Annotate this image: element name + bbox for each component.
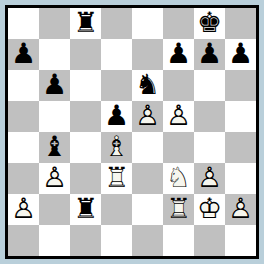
square-d4[interactable]: ♝♗ bbox=[101, 132, 132, 163]
white-pawn-h2[interactable]: ♟♙ bbox=[225, 194, 256, 225]
white-bishop-d4[interactable]: ♝♗ bbox=[101, 132, 132, 163]
square-g6[interactable] bbox=[194, 70, 225, 101]
black-knight-e6[interactable]: ♞ bbox=[132, 70, 163, 101]
square-b4[interactable]: ♝ bbox=[39, 132, 70, 163]
square-c2[interactable]: ♜ bbox=[70, 194, 101, 225]
square-f7[interactable]: ♟ bbox=[163, 39, 194, 70]
white-pawn-outline-glyph: ♙ bbox=[194, 163, 225, 194]
square-b5[interactable] bbox=[39, 101, 70, 132]
square-e2[interactable] bbox=[132, 194, 163, 225]
square-d1[interactable] bbox=[101, 225, 132, 256]
square-a5[interactable] bbox=[8, 101, 39, 132]
black-pawn-g7[interactable]: ♟ bbox=[194, 39, 225, 70]
white-king-g2[interactable]: ♚♔ bbox=[194, 194, 225, 225]
square-h1[interactable] bbox=[225, 225, 256, 256]
square-e1[interactable] bbox=[132, 225, 163, 256]
square-d3[interactable]: ♜♖ bbox=[101, 163, 132, 194]
white-pawn-f5[interactable]: ♟♙ bbox=[163, 101, 194, 132]
square-b2[interactable] bbox=[39, 194, 70, 225]
square-a1[interactable] bbox=[8, 225, 39, 256]
white-pawn-g3[interactable]: ♟♙ bbox=[194, 163, 225, 194]
square-b6[interactable]: ♟ bbox=[39, 70, 70, 101]
square-d8[interactable] bbox=[101, 8, 132, 39]
square-a6[interactable] bbox=[8, 70, 39, 101]
white-pawn-outline-glyph: ♙ bbox=[225, 194, 256, 225]
square-h7[interactable]: ♟ bbox=[225, 39, 256, 70]
square-h4[interactable] bbox=[225, 132, 256, 163]
black-pawn-d5[interactable]: ♟ bbox=[101, 101, 132, 132]
white-pawn-outline-glyph: ♙ bbox=[39, 163, 70, 194]
square-f1[interactable] bbox=[163, 225, 194, 256]
square-a2[interactable]: ♟♙ bbox=[8, 194, 39, 225]
white-pawn-e5[interactable]: ♟♙ bbox=[132, 101, 163, 132]
square-c4[interactable] bbox=[70, 132, 101, 163]
square-c1[interactable] bbox=[70, 225, 101, 256]
square-h5[interactable] bbox=[225, 101, 256, 132]
white-rook-outline-glyph: ♖ bbox=[163, 194, 194, 225]
white-knight-outline-glyph: ♘ bbox=[163, 163, 194, 194]
square-d6[interactable] bbox=[101, 70, 132, 101]
black-bishop-b4[interactable]: ♝ bbox=[39, 132, 70, 163]
square-c3[interactable] bbox=[70, 163, 101, 194]
square-g4[interactable] bbox=[194, 132, 225, 163]
square-c6[interactable] bbox=[70, 70, 101, 101]
square-a8[interactable] bbox=[8, 8, 39, 39]
black-king-g8[interactable]: ♚ bbox=[194, 8, 225, 39]
black-rook-c8[interactable]: ♜ bbox=[70, 8, 101, 39]
square-b8[interactable] bbox=[39, 8, 70, 39]
square-g5[interactable] bbox=[194, 101, 225, 132]
black-pawn-b6[interactable]: ♟ bbox=[39, 70, 70, 101]
square-e7[interactable] bbox=[132, 39, 163, 70]
white-rook-outline-glyph: ♖ bbox=[101, 163, 132, 194]
white-rook-f2[interactable]: ♜♖ bbox=[163, 194, 194, 225]
square-e4[interactable] bbox=[132, 132, 163, 163]
square-b7[interactable] bbox=[39, 39, 70, 70]
black-pawn-a7[interactable]: ♟ bbox=[8, 39, 39, 70]
square-g8[interactable]: ♚ bbox=[194, 8, 225, 39]
square-e5[interactable]: ♟♙ bbox=[132, 101, 163, 132]
square-a3[interactable] bbox=[8, 163, 39, 194]
square-e6[interactable]: ♞ bbox=[132, 70, 163, 101]
square-b1[interactable] bbox=[39, 225, 70, 256]
white-pawn-outline-glyph: ♙ bbox=[132, 101, 163, 132]
square-g2[interactable]: ♚♔ bbox=[194, 194, 225, 225]
square-d7[interactable] bbox=[101, 39, 132, 70]
square-e3[interactable] bbox=[132, 163, 163, 194]
square-b3[interactable]: ♟♙ bbox=[39, 163, 70, 194]
square-f8[interactable] bbox=[163, 8, 194, 39]
square-h8[interactable] bbox=[225, 8, 256, 39]
white-bishop-outline-glyph: ♗ bbox=[101, 132, 132, 163]
square-e8[interactable] bbox=[132, 8, 163, 39]
square-h3[interactable] bbox=[225, 163, 256, 194]
white-pawn-outline-glyph: ♙ bbox=[163, 101, 194, 132]
white-pawn-a2[interactable]: ♟♙ bbox=[8, 194, 39, 225]
white-pawn-b3[interactable]: ♟♙ bbox=[39, 163, 70, 194]
black-pawn-h7[interactable]: ♟ bbox=[225, 39, 256, 70]
chess-board: ♜♚♟♟♟♟♟♞♟♟♙♟♙♝♝♗♟♙♜♖♞♘♟♙♟♙♜♜♖♚♔♟♙ bbox=[8, 8, 256, 256]
square-f2[interactable]: ♜♖ bbox=[163, 194, 194, 225]
chess-board-frame: ♜♚♟♟♟♟♟♞♟♟♙♟♙♝♝♗♟♙♜♖♞♘♟♙♟♙♜♜♖♚♔♟♙ bbox=[5, 5, 259, 259]
white-knight-f3[interactable]: ♞♘ bbox=[163, 163, 194, 194]
square-f3[interactable]: ♞♘ bbox=[163, 163, 194, 194]
square-c8[interactable]: ♜ bbox=[70, 8, 101, 39]
white-king-outline-glyph: ♔ bbox=[194, 194, 225, 225]
black-pawn-f7[interactable]: ♟ bbox=[163, 39, 194, 70]
square-g1[interactable] bbox=[194, 225, 225, 256]
square-c7[interactable] bbox=[70, 39, 101, 70]
square-h2[interactable]: ♟♙ bbox=[225, 194, 256, 225]
square-d2[interactable] bbox=[101, 194, 132, 225]
square-g3[interactable]: ♟♙ bbox=[194, 163, 225, 194]
square-f6[interactable] bbox=[163, 70, 194, 101]
square-a7[interactable]: ♟ bbox=[8, 39, 39, 70]
square-h6[interactable] bbox=[225, 70, 256, 101]
square-f4[interactable] bbox=[163, 132, 194, 163]
white-rook-d3[interactable]: ♜♖ bbox=[101, 163, 132, 194]
square-g7[interactable]: ♟ bbox=[194, 39, 225, 70]
square-a4[interactable] bbox=[8, 132, 39, 163]
black-rook-c2[interactable]: ♜ bbox=[70, 194, 101, 225]
white-pawn-outline-glyph: ♙ bbox=[8, 194, 39, 225]
square-f5[interactable]: ♟♙ bbox=[163, 101, 194, 132]
square-c5[interactable] bbox=[70, 101, 101, 132]
square-d5[interactable]: ♟ bbox=[101, 101, 132, 132]
